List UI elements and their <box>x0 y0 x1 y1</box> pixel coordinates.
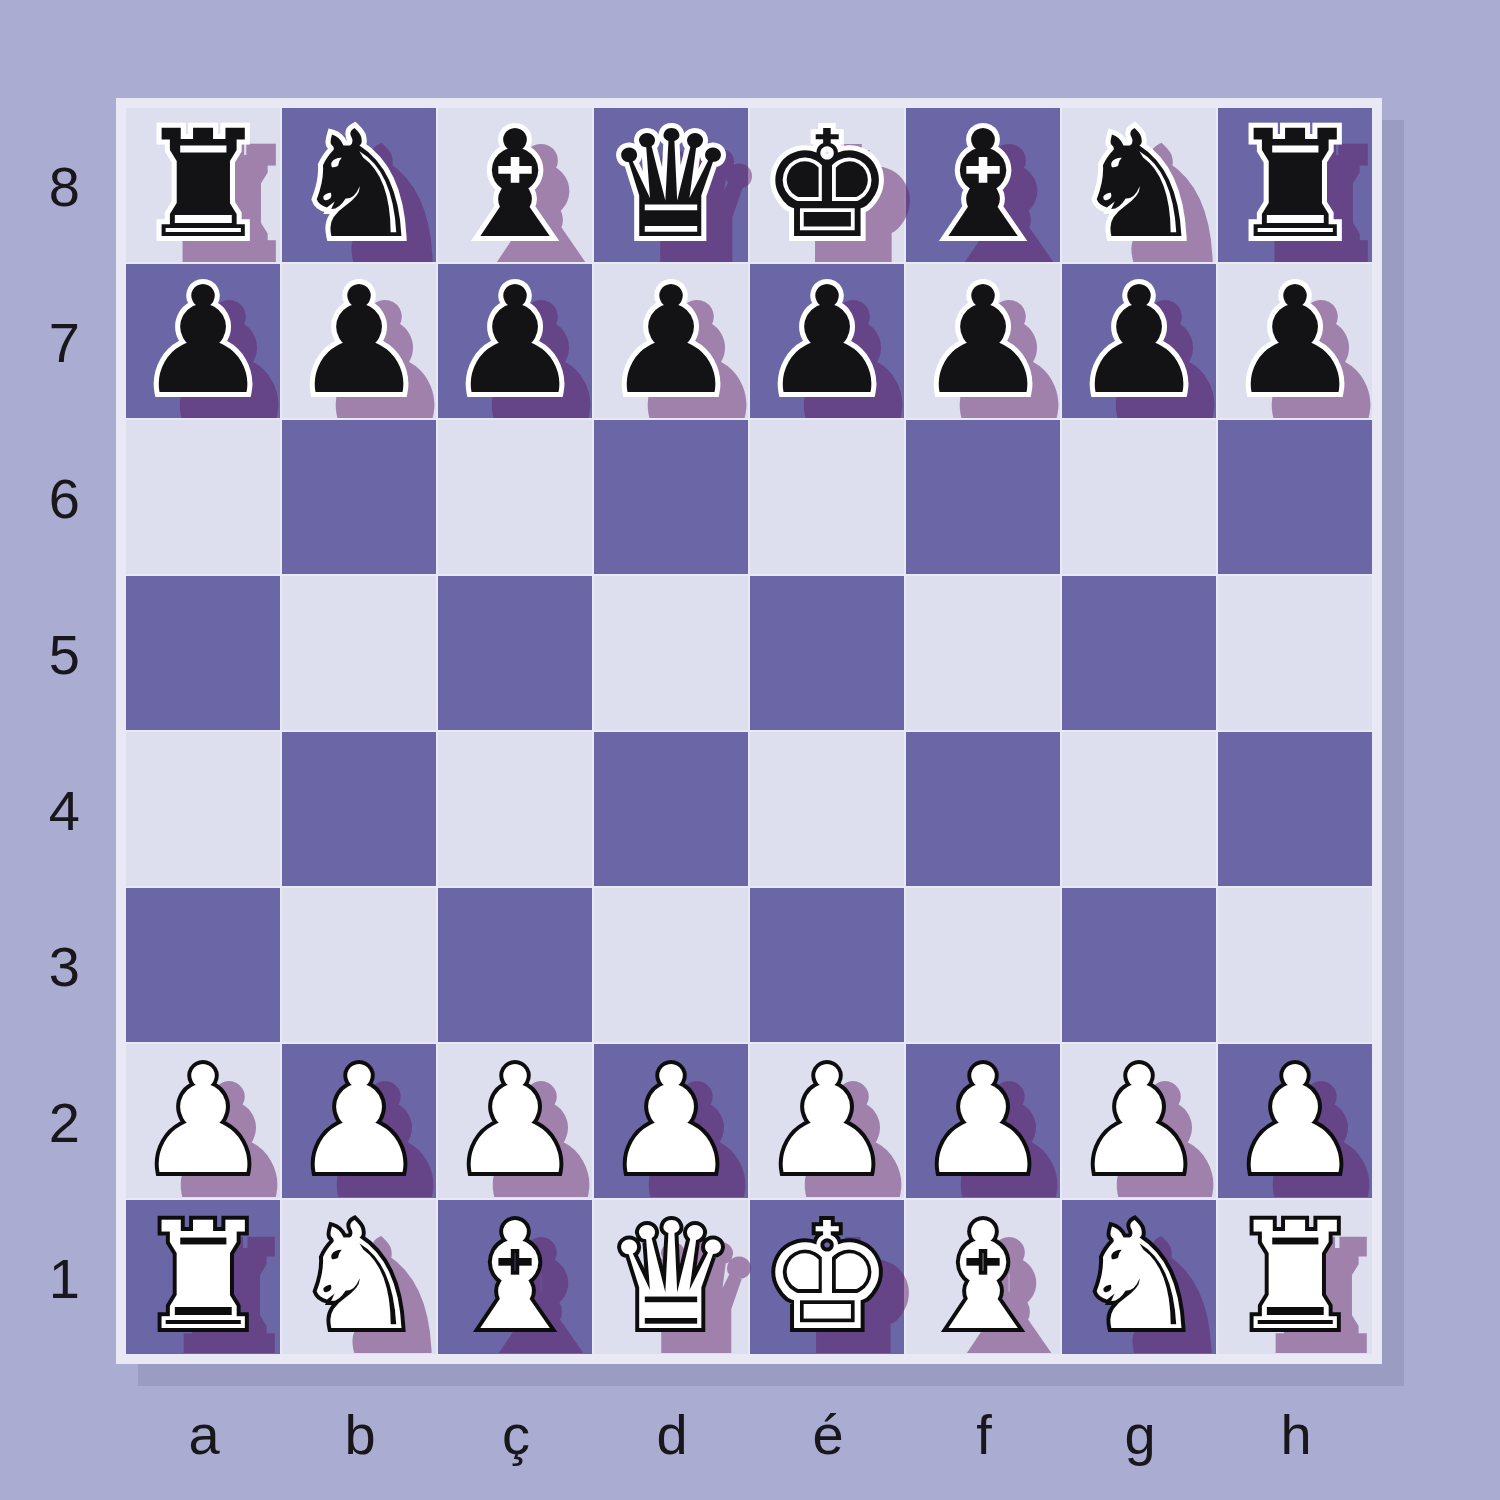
square-c4[interactable] <box>438 732 592 886</box>
square-a2[interactable]: ♟ <box>126 1044 280 1198</box>
file-label-c: ç <box>438 1392 594 1476</box>
square-c7[interactable]: ♟ <box>438 264 592 418</box>
rank-label-7: 7 <box>0 264 106 420</box>
file-label-g: g <box>1062 1392 1218 1476</box>
square-b2[interactable]: ♟ <box>282 1044 436 1198</box>
white-pawn[interactable]: ♟ <box>761 1047 894 1195</box>
board-frame: ♜♞♝♛♚♝♞♜♟♟♟♟♟♟♟♟♟♟♟♟♟♟♟♟♜♞♝♛♚♝♞♜ <box>116 98 1382 1364</box>
black-knight[interactable]: ♞ <box>1073 111 1206 259</box>
square-b7[interactable]: ♟ <box>282 264 436 418</box>
square-d5[interactable] <box>594 576 748 730</box>
black-pawn[interactable]: ♟ <box>137 267 270 415</box>
square-a4[interactable] <box>126 732 280 886</box>
rank-labels: 87654321 <box>0 108 106 1356</box>
black-bishop[interactable]: ♝ <box>917 111 1050 259</box>
square-g3[interactable] <box>1062 888 1216 1042</box>
square-f3[interactable] <box>906 888 1060 1042</box>
square-d1[interactable]: ♛ <box>594 1200 748 1354</box>
file-label-d: d <box>594 1392 750 1476</box>
black-bishop[interactable]: ♝ <box>449 111 582 259</box>
square-e6[interactable] <box>750 420 904 574</box>
square-f6[interactable] <box>906 420 1060 574</box>
file-label-a: a <box>126 1392 282 1476</box>
white-king[interactable]: ♚ <box>761 1203 894 1351</box>
square-d8[interactable]: ♛ <box>594 108 748 262</box>
square-b4[interactable] <box>282 732 436 886</box>
file-label-f: f <box>906 1392 1062 1476</box>
square-f2[interactable]: ♟ <box>906 1044 1060 1198</box>
square-d2[interactable]: ♟ <box>594 1044 748 1198</box>
rank-label-3: 3 <box>0 888 106 1044</box>
white-pawn[interactable]: ♟ <box>605 1047 738 1195</box>
white-knight[interactable]: ♞ <box>293 1203 426 1351</box>
square-e7[interactable]: ♟ <box>750 264 904 418</box>
square-e8[interactable]: ♚ <box>750 108 904 262</box>
square-d3[interactable] <box>594 888 748 1042</box>
square-g2[interactable]: ♟ <box>1062 1044 1216 1198</box>
file-label-e: é <box>750 1392 906 1476</box>
white-pawn[interactable]: ♟ <box>137 1047 270 1195</box>
square-c3[interactable] <box>438 888 592 1042</box>
white-pawn[interactable]: ♟ <box>293 1047 426 1195</box>
black-pawn[interactable]: ♟ <box>1229 267 1362 415</box>
square-e3[interactable] <box>750 888 904 1042</box>
file-label-b: b <box>282 1392 438 1476</box>
chess-app: 87654321 ♜♞♝♛♚♝♞♜♟♟♟♟♟♟♟♟♟♟♟♟♟♟♟♟♜♞♝♛♚♝♞… <box>0 0 1500 1500</box>
white-pawn[interactable]: ♟ <box>917 1047 1050 1195</box>
square-b6[interactable] <box>282 420 436 574</box>
square-f1[interactable]: ♝ <box>906 1200 1060 1354</box>
white-bishop[interactable]: ♝ <box>917 1203 1050 1351</box>
file-labels: abçdéfgh <box>126 1392 1374 1476</box>
black-rook[interactable]: ♜ <box>137 111 270 259</box>
black-rook[interactable]: ♜ <box>1229 111 1362 259</box>
white-knight[interactable]: ♞ <box>1073 1203 1206 1351</box>
black-pawn[interactable]: ♟ <box>917 267 1050 415</box>
square-d4[interactable] <box>594 732 748 886</box>
black-pawn[interactable]: ♟ <box>449 267 582 415</box>
square-d7[interactable]: ♟ <box>594 264 748 418</box>
square-g8[interactable]: ♞ <box>1062 108 1216 262</box>
square-b8[interactable]: ♞ <box>282 108 436 262</box>
square-h6[interactable] <box>1218 420 1372 574</box>
square-b5[interactable] <box>282 576 436 730</box>
chess-board: ♜♞♝♛♚♝♞♜♟♟♟♟♟♟♟♟♟♟♟♟♟♟♟♟♜♞♝♛♚♝♞♜ <box>126 108 1372 1354</box>
black-queen[interactable]: ♛ <box>605 111 738 259</box>
square-h8[interactable]: ♜ <box>1218 108 1372 262</box>
rank-label-8: 8 <box>0 108 106 264</box>
square-h2[interactable]: ♟ <box>1218 1044 1372 1198</box>
square-d6[interactable] <box>594 420 748 574</box>
square-g4[interactable] <box>1062 732 1216 886</box>
square-c5[interactable] <box>438 576 592 730</box>
black-pawn[interactable]: ♟ <box>605 267 738 415</box>
rank-label-5: 5 <box>0 576 106 732</box>
black-pawn[interactable]: ♟ <box>1073 267 1206 415</box>
square-a5[interactable] <box>126 576 280 730</box>
square-b1[interactable]: ♞ <box>282 1200 436 1354</box>
black-knight[interactable]: ♞ <box>293 111 426 259</box>
rank-label-2: 2 <box>0 1044 106 1200</box>
square-e4[interactable] <box>750 732 904 886</box>
square-g7[interactable]: ♟ <box>1062 264 1216 418</box>
white-queen[interactable]: ♛ <box>605 1203 738 1351</box>
white-rook[interactable]: ♜ <box>1229 1203 1362 1351</box>
square-f7[interactable]: ♟ <box>906 264 1060 418</box>
square-h4[interactable] <box>1218 732 1372 886</box>
square-e1[interactable]: ♚ <box>750 1200 904 1354</box>
square-g6[interactable] <box>1062 420 1216 574</box>
square-c6[interactable] <box>438 420 592 574</box>
white-pawn[interactable]: ♟ <box>449 1047 582 1195</box>
white-pawn[interactable]: ♟ <box>1073 1047 1206 1195</box>
file-label-h: h <box>1218 1392 1374 1476</box>
square-e2[interactable]: ♟ <box>750 1044 904 1198</box>
square-a6[interactable] <box>126 420 280 574</box>
square-f8[interactable]: ♝ <box>906 108 1060 262</box>
square-h5[interactable] <box>1218 576 1372 730</box>
square-h7[interactable]: ♟ <box>1218 264 1372 418</box>
square-a1[interactable]: ♜ <box>126 1200 280 1354</box>
square-a3[interactable] <box>126 888 280 1042</box>
white-pawn[interactable]: ♟ <box>1229 1047 1362 1195</box>
black-pawn[interactable]: ♟ <box>761 267 894 415</box>
rank-label-1: 1 <box>0 1200 106 1356</box>
white-rook[interactable]: ♜ <box>137 1203 270 1351</box>
square-e5[interactable] <box>750 576 904 730</box>
rank-label-6: 6 <box>0 420 106 576</box>
square-a8[interactable]: ♜ <box>126 108 280 262</box>
square-f5[interactable] <box>906 576 1060 730</box>
square-g5[interactable] <box>1062 576 1216 730</box>
square-h3[interactable] <box>1218 888 1372 1042</box>
white-bishop[interactable]: ♝ <box>449 1203 582 1351</box>
black-king[interactable]: ♚ <box>761 111 894 259</box>
square-h1[interactable]: ♜ <box>1218 1200 1372 1354</box>
square-c2[interactable]: ♟ <box>438 1044 592 1198</box>
square-b3[interactable] <box>282 888 436 1042</box>
square-c1[interactable]: ♝ <box>438 1200 592 1354</box>
square-g1[interactable]: ♞ <box>1062 1200 1216 1354</box>
square-a7[interactable]: ♟ <box>126 264 280 418</box>
rank-label-4: 4 <box>0 732 106 888</box>
black-pawn[interactable]: ♟ <box>293 267 426 415</box>
square-c8[interactable]: ♝ <box>438 108 592 262</box>
square-f4[interactable] <box>906 732 1060 886</box>
